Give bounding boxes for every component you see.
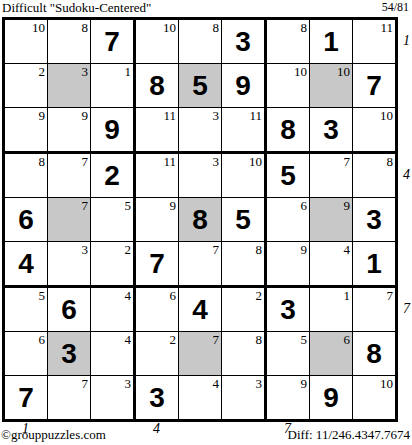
- pencil-mark: 10: [249, 155, 262, 168]
- cell-r9c3[interactable]: 3: [91, 376, 136, 419]
- row-label-1: 1: [403, 34, 410, 48]
- pencil-mark: 6: [344, 333, 351, 346]
- pencil-mark: 10: [337, 65, 350, 78]
- row-label-7: 7: [403, 302, 410, 316]
- cell-r1c4[interactable]: 10: [136, 20, 179, 64]
- cell-r2c1[interactable]: 2: [5, 64, 48, 108]
- cell-r5c5[interactable]: 8: [179, 198, 222, 242]
- pencil-mark: 10: [294, 65, 307, 78]
- cell-r3c7[interactable]: 8: [267, 108, 310, 154]
- cell-r6c5[interactable]: 7: [179, 242, 222, 288]
- pencil-mark: 9: [170, 199, 177, 212]
- pencil-mark: 8: [213, 21, 220, 34]
- pencil-mark: 1: [125, 65, 132, 78]
- cell-r6c6[interactable]: 8: [222, 242, 267, 288]
- pencil-mark: 9: [344, 199, 351, 212]
- sudoku-board: 1087108381112318591010799911311831087211…: [2, 17, 398, 422]
- pencil-mark: 2: [39, 65, 46, 78]
- cell-r1c9[interactable]: 11: [353, 20, 395, 64]
- pencil-mark: 7: [213, 243, 220, 256]
- given-digit: 8: [353, 332, 395, 375]
- given-digit: 3: [222, 20, 264, 63]
- cell-r5c7[interactable]: 6: [267, 198, 310, 242]
- pencil-mark: 10: [163, 21, 176, 34]
- cell-r2c2[interactable]: 3: [48, 64, 91, 108]
- cell-r7c1[interactable]: 5: [5, 288, 48, 332]
- given-digit: 5: [222, 198, 264, 241]
- pencil-mark: 9: [301, 377, 308, 390]
- given-digit: 4: [5, 242, 47, 285]
- cell-r8c2[interactable]: 3: [48, 332, 91, 376]
- cell-r3c1[interactable]: 9: [5, 108, 48, 154]
- remaining-counter: 54/81: [382, 0, 409, 15]
- cell-r2c7[interactable]: 10: [267, 64, 310, 108]
- given-digit: 7: [5, 376, 47, 419]
- cell-r4c2[interactable]: 7: [48, 154, 91, 198]
- pencil-mark: 8: [39, 155, 46, 168]
- given-digit: 6: [5, 198, 47, 241]
- pencil-mark: 1: [344, 289, 351, 302]
- cell-r8c5[interactable]: 7: [179, 332, 222, 376]
- pencil-mark: 2: [256, 289, 263, 302]
- cell-r4c6[interactable]: 10: [222, 154, 267, 198]
- col-label-1: 1: [22, 422, 29, 436]
- cell-r7c7[interactable]: 3: [267, 288, 310, 332]
- cell-r6c4[interactable]: 7: [136, 242, 179, 288]
- given-digit: 3: [353, 198, 395, 241]
- cell-r1c5[interactable]: 8: [179, 20, 222, 64]
- given-digit: 7: [353, 64, 395, 107]
- given-digit: 9: [91, 108, 133, 151]
- cell-r9c4[interactable]: 3: [136, 376, 179, 419]
- pencil-mark: 4: [344, 243, 351, 256]
- given-digit: 8: [136, 64, 178, 107]
- given-digit: 3: [136, 376, 178, 419]
- cell-r3c9[interactable]: 10: [353, 108, 395, 154]
- cell-r2c4[interactable]: 8: [136, 64, 179, 108]
- cell-r2c3[interactable]: 1: [91, 64, 136, 108]
- cell-r2c6[interactable]: 9: [222, 64, 267, 108]
- difficulty-text: Diff: 11/246.4347.7674: [288, 427, 410, 443]
- pencil-mark: 6: [301, 199, 308, 212]
- cell-r1c3[interactable]: 7: [91, 20, 136, 64]
- pencil-mark: 9: [82, 109, 89, 122]
- cell-r3c2[interactable]: 9: [48, 108, 91, 154]
- cell-r6c3[interactable]: 2: [91, 242, 136, 288]
- given-digit: 5: [179, 64, 221, 107]
- cell-r5c9[interactable]: 3: [353, 198, 395, 242]
- pencil-mark: 2: [125, 243, 132, 256]
- col-label-4: 4: [153, 422, 160, 436]
- pencil-mark: 6: [39, 333, 46, 346]
- pencil-mark: 3: [125, 377, 132, 390]
- pencil-mark: 8: [82, 21, 89, 34]
- pencil-mark: 3: [256, 377, 263, 390]
- given-digit: 7: [91, 20, 133, 63]
- cell-r7c9[interactable]: 7: [353, 288, 395, 332]
- cell-r7c3[interactable]: 4: [91, 288, 136, 332]
- cell-r4c8[interactable]: 7: [310, 154, 353, 198]
- cell-r9c9[interactable]: 10: [353, 376, 395, 419]
- pencil-mark: 8: [256, 333, 263, 346]
- pencil-mark: 9: [301, 243, 308, 256]
- pencil-mark: 3: [213, 109, 220, 122]
- given-digit: 9: [310, 376, 352, 419]
- puzzle-title: Difficult "Sudoku-Centered": [2, 0, 151, 16]
- pencil-mark: 4: [213, 377, 220, 390]
- cell-r5c1[interactable]: 6: [5, 198, 48, 242]
- pencil-mark: 7: [344, 155, 351, 168]
- given-digit: 9: [222, 64, 264, 107]
- pencil-mark: 3: [213, 155, 220, 168]
- cell-r4c9[interactable]: 8: [353, 154, 395, 198]
- cell-r3c5[interactable]: 3: [179, 108, 222, 154]
- pencil-mark: 2: [170, 333, 177, 346]
- pencil-mark: 7: [387, 289, 394, 302]
- cell-r7c2[interactable]: 6: [48, 288, 91, 332]
- given-digit: 6: [48, 288, 90, 331]
- given-digit: 1: [353, 242, 395, 285]
- cell-r5c4[interactable]: 9: [136, 198, 179, 242]
- cell-r9c5[interactable]: 4: [179, 376, 222, 419]
- given-digit: 3: [310, 108, 352, 151]
- puzzle-page: Difficult "Sudoku-Centered" 54/81 108710…: [0, 0, 412, 445]
- cell-r4c4[interactable]: 11: [136, 154, 179, 198]
- pencil-mark: 8: [256, 243, 263, 256]
- cell-r1c1[interactable]: 10: [5, 20, 48, 64]
- pencil-mark: 8: [387, 155, 394, 168]
- cell-r3c3[interactable]: 9: [91, 108, 136, 154]
- given-digit: 8: [267, 108, 309, 151]
- pencil-mark: 7: [82, 155, 89, 168]
- cell-r5c3[interactable]: 5: [91, 198, 136, 242]
- cell-r6c7[interactable]: 9: [267, 242, 310, 288]
- cell-r7c4[interactable]: 6: [136, 288, 179, 332]
- given-digit: 5: [267, 154, 309, 197]
- cell-r8c9[interactable]: 8: [353, 332, 395, 376]
- cell-r9c8[interactable]: 9: [310, 376, 353, 419]
- cell-r4c3[interactable]: 2: [91, 154, 136, 198]
- cell-r7c5[interactable]: 4: [179, 288, 222, 332]
- pencil-mark: 4: [125, 289, 132, 302]
- cell-r6c9[interactable]: 1: [353, 242, 395, 288]
- pencil-mark: 11: [163, 155, 176, 168]
- cell-r2c5[interactable]: 5: [179, 64, 222, 108]
- cell-r5c8[interactable]: 9: [310, 198, 353, 242]
- given-digit: 7: [136, 242, 178, 285]
- pencil-mark: 4: [125, 333, 132, 346]
- pencil-mark: 7: [82, 199, 89, 212]
- cell-r8c3[interactable]: 4: [91, 332, 136, 376]
- row-label-4: 4: [403, 168, 410, 182]
- pencil-mark: 6: [170, 289, 177, 302]
- pencil-mark: 11: [380, 21, 393, 34]
- pencil-mark: 9: [39, 109, 46, 122]
- given-digit: 8: [179, 198, 221, 241]
- given-digit: 1: [310, 20, 352, 63]
- cell-r5c2[interactable]: 7: [48, 198, 91, 242]
- cell-r3c4[interactable]: 11: [136, 108, 179, 154]
- pencil-mark: 10: [380, 377, 393, 390]
- pencil-mark: 11: [163, 109, 176, 122]
- pencil-mark: 3: [82, 65, 89, 78]
- cell-r1c7[interactable]: 8: [267, 20, 310, 64]
- cell-r6c1[interactable]: 4: [5, 242, 48, 288]
- pencil-mark: 5: [39, 289, 46, 302]
- cell-r1c6[interactable]: 3: [222, 20, 267, 64]
- pencil-mark: 11: [249, 109, 262, 122]
- cell-r8c6[interactable]: 8: [222, 332, 267, 376]
- cell-r8c4[interactable]: 2: [136, 332, 179, 376]
- cell-r7c8[interactable]: 1: [310, 288, 353, 332]
- col-label-7: 7: [284, 422, 291, 436]
- cell-r9c1[interactable]: 7: [5, 376, 48, 419]
- cell-r9c6[interactable]: 3: [222, 376, 267, 419]
- pencil-mark: 7: [213, 333, 220, 346]
- pencil-mark: 10: [380, 109, 393, 122]
- cell-r2c9[interactable]: 7: [353, 64, 395, 108]
- pencil-mark: 10: [32, 21, 45, 34]
- pencil-mark: 3: [82, 243, 89, 256]
- given-digit: 2: [91, 154, 133, 197]
- cell-r9c2[interactable]: 7: [48, 376, 91, 419]
- pencil-mark: 7: [82, 377, 89, 390]
- cell-r5c6[interactable]: 5: [222, 198, 267, 242]
- cell-r2c8[interactable]: 10: [310, 64, 353, 108]
- cell-r9c7[interactable]: 9: [267, 376, 310, 419]
- pencil-mark: 5: [301, 333, 308, 346]
- cell-r4c5[interactable]: 3: [179, 154, 222, 198]
- cell-r8c1[interactable]: 6: [5, 332, 48, 376]
- given-digit: 3: [267, 288, 309, 331]
- cell-r7c6[interactable]: 2: [222, 288, 267, 332]
- cell-r3c6[interactable]: 11: [222, 108, 267, 154]
- cell-r3c8[interactable]: 3: [310, 108, 353, 154]
- cell-r4c7[interactable]: 5: [267, 154, 310, 198]
- cell-r1c8[interactable]: 1: [310, 20, 353, 64]
- cell-r8c7[interactable]: 5: [267, 332, 310, 376]
- given-digit: 3: [48, 332, 90, 375]
- copyright-text: ©grouppuzzles.com: [1, 427, 106, 443]
- cell-r6c8[interactable]: 4: [310, 242, 353, 288]
- pencil-mark: 5: [125, 199, 132, 212]
- cell-r8c8[interactable]: 6: [310, 332, 353, 376]
- pencil-mark: 8: [301, 21, 308, 34]
- cell-r6c2[interactable]: 3: [48, 242, 91, 288]
- cell-r4c1[interactable]: 8: [5, 154, 48, 198]
- cell-r1c2[interactable]: 8: [48, 20, 91, 64]
- given-digit: 4: [179, 288, 221, 331]
